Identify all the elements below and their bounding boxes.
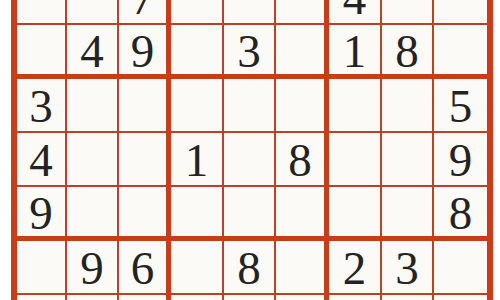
cell-r7c8-given-digit: 3 [382, 241, 434, 295]
cell-r2c9-empty[interactable] [434, 0, 487, 25]
cell-r5c4-given-digit: 1 [171, 133, 224, 187]
sudoku-board: 74493183541899896823 [11, 0, 493, 300]
cell-r2c6-empty[interactable] [276, 0, 329, 25]
cell-r5c6-given-digit: 8 [276, 133, 329, 187]
cell-r6c4-empty[interactable] [171, 187, 224, 241]
cell-r7c5-given-digit: 8 [224, 241, 276, 295]
cell-r8c6-empty[interactable] [276, 295, 329, 300]
cell-r3c6-empty[interactable] [276, 25, 329, 79]
cell-r8c3-empty[interactable] [119, 295, 171, 300]
cell-r5c1-given-digit: 4 [17, 133, 67, 187]
cell-r6c6-empty[interactable] [276, 187, 329, 241]
cell-r4c9-given-digit: 5 [434, 79, 487, 133]
cell-r6c3-empty[interactable] [119, 187, 171, 241]
cell-r2c4-empty[interactable] [171, 0, 224, 25]
cell-r2c2-empty[interactable] [67, 0, 119, 25]
cell-r4c6-empty[interactable] [276, 79, 329, 133]
cell-r8c9-empty[interactable] [434, 295, 487, 300]
cell-r6c1-given-digit: 9 [17, 187, 67, 241]
cell-r8c1-empty[interactable] [17, 295, 67, 300]
cell-r6c7-empty[interactable] [329, 187, 382, 241]
cell-r6c8-empty[interactable] [382, 187, 434, 241]
cell-r4c1-given-digit: 3 [17, 79, 67, 133]
cell-r3c2-given-digit: 4 [67, 25, 119, 79]
cell-r5c3-empty[interactable] [119, 133, 171, 187]
cell-r7c2-given-digit: 9 [67, 241, 119, 295]
sudoku-screenshot: 74493183541899896823 [0, 0, 500, 300]
cell-r8c8-empty[interactable] [382, 295, 434, 300]
cell-r3c5-given-digit: 3 [224, 25, 276, 79]
cell-r5c7-empty[interactable] [329, 133, 382, 187]
cell-r7c7-given-digit: 2 [329, 241, 382, 295]
cell-r2c3-given-digit: 7 [119, 0, 171, 25]
cell-r4c3-empty[interactable] [119, 79, 171, 133]
cell-r3c8-given-digit: 8 [382, 25, 434, 79]
cell-r8c5-empty[interactable] [224, 295, 276, 300]
cell-r6c5-empty[interactable] [224, 187, 276, 241]
cell-r4c5-empty[interactable] [224, 79, 276, 133]
cell-r5c2-empty[interactable] [67, 133, 119, 187]
cell-r4c2-empty[interactable] [67, 79, 119, 133]
cell-r7c6-empty[interactable] [276, 241, 329, 295]
cell-r8c4-empty[interactable] [171, 295, 224, 300]
cell-r2c8-empty[interactable] [382, 0, 434, 25]
cell-r3c7-given-digit: 1 [329, 25, 382, 79]
cell-r8c7-empty[interactable] [329, 295, 382, 300]
cell-r2c7-given-digit: 4 [329, 0, 382, 25]
cell-r3c3-given-digit: 9 [119, 25, 171, 79]
cell-r8c2-empty[interactable] [67, 295, 119, 300]
cell-r6c2-empty[interactable] [67, 187, 119, 241]
cell-r6c9-given-digit: 8 [434, 187, 487, 241]
cell-r4c8-empty[interactable] [382, 79, 434, 133]
cell-r3c9-empty[interactable] [434, 25, 487, 79]
cell-r7c9-empty[interactable] [434, 241, 487, 295]
sudoku-grid: 74493183541899896823 [17, 0, 487, 300]
cell-r7c1-empty[interactable] [17, 241, 67, 295]
cell-r7c4-empty[interactable] [171, 241, 224, 295]
cell-r5c5-empty[interactable] [224, 133, 276, 187]
cell-r5c8-empty[interactable] [382, 133, 434, 187]
cell-r7c3-given-digit: 6 [119, 241, 171, 295]
cell-r2c5-empty[interactable] [224, 0, 276, 25]
cell-r3c4-empty[interactable] [171, 25, 224, 79]
cell-r2c1-empty[interactable] [17, 0, 67, 25]
cell-r3c1-empty[interactable] [17, 25, 67, 79]
cell-r5c9-given-digit: 9 [434, 133, 487, 187]
cell-r4c7-empty[interactable] [329, 79, 382, 133]
cell-r4c4-empty[interactable] [171, 79, 224, 133]
